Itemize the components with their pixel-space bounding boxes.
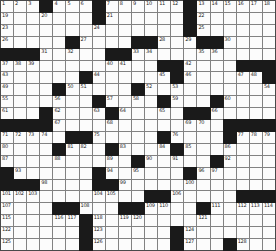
grid-cell-r15c5[interactable] — [53, 168, 65, 179]
grid-cell-r11c12[interactable] — [145, 120, 157, 131]
grid-cell-r3c7[interactable] — [80, 25, 92, 36]
grid-cell-r16c4[interactable]: 98 — [40, 180, 52, 191]
grid-cell-r16c16[interactable] — [197, 180, 209, 191]
grid-cell-r17c14[interactable]: 106 — [171, 191, 183, 202]
grid-cell-r2c21[interactable] — [263, 13, 275, 24]
grid-cell-r1c10[interactable]: 8 — [119, 1, 131, 12]
grid-cell-r19c14[interactable] — [171, 215, 183, 226]
grid-cell-r19c18[interactable] — [224, 215, 236, 226]
grid-cell-r21c5[interactable] — [53, 239, 65, 250]
grid-cell-r11c7[interactable] — [80, 120, 92, 131]
grid-cell-r20c12[interactable] — [145, 227, 157, 238]
grid-cell-r17c11[interactable] — [132, 191, 144, 202]
grid-cell-r8c19[interactable] — [237, 84, 249, 95]
grid-cell-r21c17[interactable] — [211, 239, 223, 250]
grid-cell-r9c16[interactable] — [197, 96, 209, 107]
grid-cell-r6c9[interactable]: 40 — [106, 61, 118, 72]
grid-cell-r7c10[interactable] — [119, 72, 131, 83]
grid-cell-r17c7[interactable] — [80, 191, 92, 202]
grid-cell-r12c3[interactable]: 73 — [27, 132, 39, 143]
grid-cell-r14c9[interactable]: 89 — [106, 156, 118, 167]
grid-cell-r4c14[interactable] — [171, 37, 183, 48]
grid-cell-r14c16[interactable] — [197, 156, 209, 167]
grid-cell-r3c16[interactable]: 25 — [197, 25, 209, 36]
grid-cell-r21c3[interactable] — [27, 239, 39, 250]
grid-cell-r10c3[interactable] — [27, 108, 39, 119]
grid-cell-r3c4[interactable] — [40, 25, 52, 36]
grid-cell-r19c19[interactable] — [237, 215, 249, 226]
grid-cell-r14c8[interactable] — [93, 156, 105, 167]
grid-cell-r20c21[interactable] — [263, 227, 275, 238]
grid-cell-r10c14[interactable] — [171, 108, 183, 119]
grid-cell-r12c21[interactable]: 79 — [263, 132, 275, 143]
grid-cell-r11c13[interactable] — [158, 120, 170, 131]
grid-cell-r14c4[interactable] — [40, 156, 52, 167]
grid-cell-r18c12[interactable]: 109 — [145, 203, 157, 214]
grid-cell-r9c15[interactable] — [184, 96, 196, 107]
grid-cell-r5c13[interactable] — [158, 49, 170, 60]
grid-cell-r14c6[interactable] — [66, 156, 78, 167]
grid-cell-r20c13[interactable] — [158, 227, 170, 238]
grid-cell-r18c21[interactable]: 114 — [263, 203, 275, 214]
grid-cell-r11c16[interactable]: 70 — [197, 120, 209, 131]
grid-cell-r5c8[interactable] — [93, 49, 105, 60]
grid-cell-r3c11[interactable] — [132, 25, 144, 36]
grid-cell-r9c4[interactable] — [40, 96, 52, 107]
grid-cell-r2c10[interactable] — [119, 13, 131, 24]
grid-cell-r2c1[interactable]: 19 — [1, 13, 13, 24]
grid-cell-r4c4[interactable] — [40, 37, 52, 48]
grid-cell-r12c14[interactable]: 76 — [171, 132, 183, 143]
grid-cell-r8c1[interactable]: 49 — [1, 84, 13, 95]
grid-cell-r8c4[interactable] — [40, 84, 52, 95]
grid-cell-r20c19[interactable] — [237, 227, 249, 238]
grid-cell-r21c21[interactable] — [263, 239, 275, 250]
grid-cell-r11c5[interactable]: 67 — [53, 120, 65, 131]
grid-cell-r12c2[interactable]: 72 — [14, 132, 26, 143]
grid-cell-r2c16[interactable]: 22 — [197, 13, 209, 24]
grid-cell-r11c10[interactable] — [119, 120, 131, 131]
grid-cell-r15c14[interactable] — [171, 168, 183, 179]
grid-cell-r16c5[interactable] — [53, 180, 65, 191]
grid-cell-r8c9[interactable] — [106, 84, 118, 95]
grid-cell-r10c11[interactable] — [132, 108, 144, 119]
grid-cell-r16c17[interactable] — [211, 180, 223, 191]
grid-cell-r18c15[interactable] — [184, 203, 196, 214]
grid-cell-r7c15[interactable]: 46 — [184, 72, 196, 83]
grid-cell-r12c10[interactable] — [119, 132, 131, 143]
grid-cell-r3c5[interactable] — [53, 25, 65, 36]
grid-cell-r2c5[interactable] — [53, 13, 65, 24]
grid-cell-r1c17[interactable]: 14 — [211, 1, 223, 12]
grid-cell-r19c2[interactable] — [14, 215, 26, 226]
grid-cell-r19c16[interactable]: 121 — [197, 215, 209, 226]
grid-cell-r8c7[interactable]: 51 — [80, 84, 92, 95]
grid-cell-r17c5[interactable] — [53, 191, 65, 202]
grid-cell-r1c7[interactable]: 6 — [80, 1, 92, 12]
grid-cell-r6c4[interactable] — [40, 61, 52, 72]
grid-cell-r4c13[interactable]: 28 — [158, 37, 170, 48]
grid-cell-r12c9[interactable] — [106, 132, 118, 143]
grid-cell-r20c2[interactable] — [14, 227, 26, 238]
grid-cell-r9c6[interactable] — [66, 96, 78, 107]
grid-cell-r4c1[interactable]: 26 — [1, 37, 13, 48]
grid-cell-r14c20[interactable] — [250, 156, 262, 167]
grid-cell-r1c20[interactable]: 17 — [250, 1, 262, 12]
grid-cell-r8c3[interactable] — [27, 84, 39, 95]
grid-cell-r8c14[interactable]: 53 — [171, 84, 183, 95]
grid-cell-r17c16[interactable] — [197, 191, 209, 202]
grid-cell-r21c6[interactable] — [66, 239, 78, 250]
grid-cell-r18c17[interactable]: 111 — [211, 203, 223, 214]
grid-cell-r6c7[interactable] — [80, 61, 92, 72]
grid-cell-r1c21[interactable]: 18 — [263, 1, 275, 12]
grid-cell-r1c16[interactable]: 13 — [197, 1, 209, 12]
grid-cell-r9c11[interactable]: 58 — [132, 96, 144, 107]
grid-cell-r14c7[interactable] — [80, 156, 92, 167]
grid-cell-r10c12[interactable] — [145, 108, 157, 119]
grid-cell-r13c17[interactable] — [211, 144, 223, 155]
grid-cell-r14c10[interactable] — [119, 156, 131, 167]
grid-cell-r10c6[interactable] — [66, 108, 78, 119]
grid-cell-r11c14[interactable] — [171, 120, 183, 131]
grid-cell-r9c10[interactable] — [119, 96, 131, 107]
grid-cell-r3c19[interactable] — [237, 25, 249, 36]
grid-cell-r7c3[interactable] — [27, 72, 39, 83]
grid-cell-r6c16[interactable] — [197, 61, 209, 72]
grid-cell-r9c21[interactable] — [263, 96, 275, 107]
grid-cell-r7c11[interactable] — [132, 72, 144, 83]
grid-cell-r21c10[interactable] — [119, 239, 131, 250]
grid-cell-r3c12[interactable] — [145, 25, 157, 36]
grid-cell-r18c8[interactable] — [93, 203, 105, 214]
grid-cell-r20c4[interactable] — [40, 227, 52, 238]
grid-cell-r21c9[interactable] — [106, 239, 118, 250]
grid-cell-r20c11[interactable] — [132, 227, 144, 238]
grid-cell-r20c8[interactable]: 123 — [93, 227, 105, 238]
grid-cell-r13c12[interactable] — [145, 144, 157, 155]
grid-cell-r17c9[interactable]: 105 — [106, 191, 118, 202]
grid-cell-r5c15[interactable] — [184, 49, 196, 60]
grid-cell-r8c10[interactable] — [119, 84, 131, 95]
grid-cell-r11c17[interactable] — [211, 120, 223, 131]
grid-cell-r13c1[interactable]: 80 — [1, 144, 13, 155]
grid-cell-r5c16[interactable]: 35 — [197, 49, 209, 60]
grid-cell-r17c6[interactable] — [66, 191, 78, 202]
grid-cell-r5c21[interactable] — [263, 49, 275, 60]
grid-cell-r9c19[interactable] — [237, 96, 249, 107]
grid-cell-r9c18[interactable]: 60 — [224, 96, 236, 107]
grid-cell-r6c18[interactable] — [224, 61, 236, 72]
grid-cell-r20c16[interactable] — [197, 227, 209, 238]
grid-cell-r15c2[interactable]: 93 — [14, 168, 26, 179]
grid-cell-r7c2[interactable] — [14, 72, 26, 83]
grid-cell-r1c3[interactable]: 3 — [27, 1, 39, 12]
grid-cell-r17c2[interactable]: 102 — [14, 191, 26, 202]
grid-cell-r19c13[interactable] — [158, 215, 170, 226]
grid-cell-r20c15[interactable]: 124 — [184, 227, 196, 238]
grid-cell-r11c9[interactable]: 68 — [106, 120, 118, 131]
grid-cell-r20c20[interactable] — [250, 227, 262, 238]
grid-cell-r19c4[interactable] — [40, 215, 52, 226]
grid-cell-r6c12[interactable] — [145, 61, 157, 72]
grid-cell-r20c9[interactable] — [106, 227, 118, 238]
grid-cell-r18c20[interactable]: 113 — [250, 203, 262, 214]
grid-cell-r10c20[interactable] — [250, 108, 262, 119]
grid-cell-r5c4[interactable]: 31 — [40, 49, 52, 60]
grid-cell-r18c18[interactable] — [224, 203, 236, 214]
grid-cell-r10c17[interactable]: 66 — [211, 108, 223, 119]
grid-cell-r15c7[interactable] — [80, 168, 92, 179]
grid-cell-r21c11[interactable] — [132, 239, 144, 250]
grid-cell-r13c19[interactable] — [237, 144, 249, 155]
grid-cell-r20c5[interactable] — [53, 227, 65, 238]
grid-cell-r9c3[interactable] — [27, 96, 39, 107]
grid-cell-r16c6[interactable] — [66, 180, 78, 191]
grid-cell-r12c15[interactable] — [184, 132, 196, 143]
grid-cell-r1c14[interactable]: 12 — [171, 1, 183, 12]
grid-cell-r4c9[interactable] — [106, 37, 118, 48]
grid-cell-r8c8[interactable] — [93, 84, 105, 95]
grid-cell-r21c19[interactable]: 128 — [237, 239, 249, 250]
grid-cell-r2c7[interactable] — [80, 13, 92, 24]
grid-cell-r8c15[interactable] — [184, 84, 196, 95]
grid-cell-r2c13[interactable] — [158, 13, 170, 24]
grid-cell-r6c17[interactable] — [211, 61, 223, 72]
grid-cell-r2c9[interactable]: 21 — [106, 13, 118, 24]
grid-cell-r3c14[interactable] — [171, 25, 183, 36]
grid-cell-r2c12[interactable] — [145, 13, 157, 24]
grid-cell-r8c18[interactable] — [224, 84, 236, 95]
grid-cell-r16c11[interactable] — [132, 180, 144, 191]
grid-cell-r3c9[interactable] — [106, 25, 118, 36]
grid-cell-r12c20[interactable]: 78 — [250, 132, 262, 143]
grid-cell-r3c13[interactable] — [158, 25, 170, 36]
grid-cell-r2c6[interactable] — [66, 13, 78, 24]
grid-cell-r1c2[interactable]: 2 — [14, 1, 26, 12]
grid-cell-r8c17[interactable] — [211, 84, 223, 95]
grid-cell-r9c12[interactable] — [145, 96, 157, 107]
grid-cell-r16c13[interactable] — [158, 180, 170, 191]
grid-cell-r11c15[interactable]: 69 — [184, 120, 196, 131]
grid-cell-r14c14[interactable]: 91 — [171, 156, 183, 167]
grid-cell-r15c16[interactable]: 96 — [197, 168, 209, 179]
grid-cell-r3c8[interactable]: 24 — [93, 25, 105, 36]
grid-cell-r13c16[interactable] — [197, 144, 209, 155]
grid-cell-r12c5[interactable] — [53, 132, 65, 143]
grid-cell-r5c14[interactable] — [171, 49, 183, 60]
grid-cell-r1c11[interactable]: 9 — [132, 1, 144, 12]
grid-cell-r7c5[interactable] — [53, 72, 65, 83]
grid-cell-r9c7[interactable] — [80, 96, 92, 107]
grid-cell-r19c8[interactable]: 118 — [93, 215, 105, 226]
grid-cell-r13c6[interactable]: 81 — [66, 144, 78, 155]
grid-cell-r5c5[interactable] — [53, 49, 65, 60]
grid-cell-r2c3[interactable] — [27, 13, 39, 24]
grid-cell-r18c19[interactable]: 112 — [237, 203, 249, 214]
grid-cell-r4c8[interactable] — [93, 37, 105, 48]
grid-cell-r10c21[interactable] — [263, 108, 275, 119]
grid-cell-r18c4[interactable] — [40, 203, 52, 214]
grid-cell-r4c3[interactable] — [27, 37, 39, 48]
grid-cell-r6c1[interactable]: 37 — [1, 61, 13, 72]
grid-cell-r19c11[interactable]: 120 — [132, 215, 144, 226]
grid-cell-r9c2[interactable] — [14, 96, 26, 107]
grid-cell-r15c10[interactable] — [119, 168, 131, 179]
grid-cell-r12c16[interactable] — [197, 132, 209, 143]
grid-cell-r13c20[interactable] — [250, 144, 262, 155]
grid-cell-r10c5[interactable]: 62 — [53, 108, 65, 119]
grid-cell-r12c19[interactable]: 77 — [237, 132, 249, 143]
grid-cell-r21c12[interactable] — [145, 239, 157, 250]
grid-cell-r12c11[interactable] — [132, 132, 144, 143]
grid-cell-r17c10[interactable] — [119, 191, 131, 202]
grid-cell-r14c12[interactable]: 90 — [145, 156, 157, 167]
grid-cell-r18c9[interactable] — [106, 203, 118, 214]
grid-cell-r3c1[interactable]: 23 — [1, 25, 13, 36]
grid-cell-r21c20[interactable] — [250, 239, 262, 250]
grid-cell-r7c16[interactable] — [197, 72, 209, 83]
grid-cell-r19c17[interactable] — [211, 215, 223, 226]
grid-cell-r14c5[interactable]: 88 — [53, 156, 65, 167]
grid-cell-r15c17[interactable]: 97 — [211, 168, 223, 179]
grid-cell-r14c3[interactable] — [27, 156, 39, 167]
grid-cell-r3c17[interactable] — [211, 25, 223, 36]
grid-cell-r17c1[interactable]: 101 — [1, 191, 13, 202]
grid-cell-r15c9[interactable]: 94 — [106, 168, 118, 179]
grid-cell-r13c21[interactable] — [263, 144, 275, 155]
grid-cell-r8c20[interactable] — [250, 84, 262, 95]
grid-cell-r8c13[interactable] — [158, 84, 170, 95]
grid-cell-r7c1[interactable]: 43 — [1, 72, 13, 83]
grid-cell-r19c15[interactable] — [184, 215, 196, 226]
grid-cell-r6c8[interactable] — [93, 61, 105, 72]
grid-cell-r7c17[interactable] — [211, 72, 223, 83]
grid-cell-r2c11[interactable] — [132, 13, 144, 24]
grid-cell-r8c6[interactable]: 50 — [66, 84, 78, 95]
grid-cell-r10c1[interactable]: 61 — [1, 108, 13, 119]
grid-cell-r14c18[interactable]: 92 — [224, 156, 236, 167]
grid-cell-r15c19[interactable] — [237, 168, 249, 179]
grid-cell-r1c9[interactable]: 7 — [106, 1, 118, 12]
grid-cell-r6c15[interactable]: 42 — [184, 61, 196, 72]
grid-cell-r3c20[interactable] — [250, 25, 262, 36]
grid-cell-r2c20[interactable] — [250, 13, 262, 24]
grid-cell-r17c18[interactable] — [224, 191, 236, 202]
grid-cell-r3c3[interactable] — [27, 25, 39, 36]
grid-cell-r13c10[interactable]: 83 — [119, 144, 131, 155]
grid-cell-r5c11[interactable]: 33 — [132, 49, 144, 60]
grid-cell-r1c18[interactable]: 15 — [224, 1, 236, 12]
grid-cell-r14c19[interactable] — [237, 156, 249, 167]
grid-cell-r9c1[interactable]: 55 — [1, 96, 13, 107]
grid-cell-r1c19[interactable]: 16 — [237, 1, 249, 12]
grid-cell-r19c6[interactable]: 117 — [66, 215, 78, 226]
grid-cell-r14c21[interactable] — [263, 156, 275, 167]
grid-cell-r18c1[interactable]: 107 — [1, 203, 13, 214]
grid-cell-r7c4[interactable] — [40, 72, 52, 83]
grid-cell-r13c13[interactable]: 84 — [158, 144, 170, 155]
grid-cell-r2c14[interactable] — [171, 13, 183, 24]
grid-cell-r4c20[interactable] — [250, 37, 262, 48]
grid-cell-r1c12[interactable]: 10 — [145, 1, 157, 12]
grid-cell-r4c21[interactable] — [263, 37, 275, 48]
grid-cell-r5c19[interactable] — [237, 49, 249, 60]
grid-cell-r17c8[interactable]: 104 — [93, 191, 105, 202]
grid-cell-r14c1[interactable]: 87 — [1, 156, 13, 167]
grid-cell-r6c11[interactable] — [132, 61, 144, 72]
grid-cell-r2c18[interactable] — [224, 13, 236, 24]
grid-cell-r9c20[interactable] — [250, 96, 262, 107]
grid-cell-r12c4[interactable]: 74 — [40, 132, 52, 143]
grid-cell-r20c10[interactable] — [119, 227, 131, 238]
grid-cell-r19c1[interactable]: 115 — [1, 215, 13, 226]
grid-cell-r7c9[interactable] — [106, 72, 118, 83]
grid-cell-r10c19[interactable] — [237, 108, 249, 119]
grid-cell-r18c13[interactable]: 110 — [158, 203, 170, 214]
grid-cell-r13c15[interactable]: 85 — [184, 144, 196, 155]
grid-cell-r5c20[interactable] — [250, 49, 262, 60]
grid-cell-r13c7[interactable]: 82 — [80, 144, 92, 155]
grid-cell-r9c5[interactable]: 56 — [53, 96, 65, 107]
grid-cell-r8c2[interactable] — [14, 84, 26, 95]
grid-cell-r15c11[interactable]: 95 — [132, 168, 144, 179]
grid-cell-r15c3[interactable] — [27, 168, 39, 179]
grid-cell-r15c13[interactable] — [158, 168, 170, 179]
grid-cell-r6c3[interactable]: 39 — [27, 61, 39, 72]
grid-cell-r16c21[interactable] — [263, 180, 275, 191]
grid-cell-r8c12[interactable]: 52 — [145, 84, 157, 95]
grid-cell-r21c4[interactable] — [40, 239, 52, 250]
grid-cell-r4c5[interactable] — [53, 37, 65, 48]
grid-cell-r15c4[interactable] — [40, 168, 52, 179]
grid-cell-r16c18[interactable] — [224, 180, 236, 191]
grid-cell-r20c3[interactable] — [27, 227, 39, 238]
grid-cell-r12c1[interactable]: 71 — [1, 132, 13, 143]
grid-cell-r18c2[interactable] — [14, 203, 26, 214]
grid-cell-r19c3[interactable] — [27, 215, 39, 226]
grid-cell-r11c11[interactable] — [132, 120, 144, 131]
grid-cell-r3c10[interactable] — [119, 25, 131, 36]
grid-cell-r10c13[interactable]: 65 — [158, 108, 170, 119]
grid-cell-r10c8[interactable]: 63 — [93, 108, 105, 119]
grid-cell-r20c6[interactable] — [66, 227, 78, 238]
grid-cell-r13c2[interactable] — [14, 144, 26, 155]
grid-cell-r15c12[interactable] — [145, 168, 157, 179]
grid-cell-r18c7[interactable]: 108 — [80, 203, 92, 214]
grid-cell-r14c15[interactable] — [184, 156, 196, 167]
grid-cell-r19c21[interactable] — [263, 215, 275, 226]
grid-cell-r16c10[interactable]: 99 — [119, 180, 131, 191]
grid-cell-r21c2[interactable] — [14, 239, 26, 250]
grid-cell-r4c19[interactable] — [237, 37, 249, 48]
grid-cell-r4c2[interactable] — [14, 37, 26, 48]
grid-cell-r2c17[interactable] — [211, 13, 223, 24]
grid-cell-r20c18[interactable] — [224, 227, 236, 238]
grid-cell-r2c2[interactable] — [14, 13, 26, 24]
grid-cell-r6c5[interactable] — [53, 61, 65, 72]
grid-cell-r5c12[interactable]: 34 — [145, 49, 157, 60]
grid-cell-r14c13[interactable] — [158, 156, 170, 167]
grid-cell-r8c16[interactable] — [197, 84, 209, 95]
grid-cell-r19c10[interactable]: 119 — [119, 215, 131, 226]
grid-cell-r18c3[interactable] — [27, 203, 39, 214]
grid-cell-r10c2[interactable] — [14, 108, 26, 119]
grid-cell-r5c17[interactable]: 36 — [211, 49, 223, 60]
grid-cell-r13c3[interactable] — [27, 144, 39, 155]
grid-cell-r4c15[interactable]: 29 — [184, 37, 196, 48]
grid-cell-r21c16[interactable] — [197, 239, 209, 250]
